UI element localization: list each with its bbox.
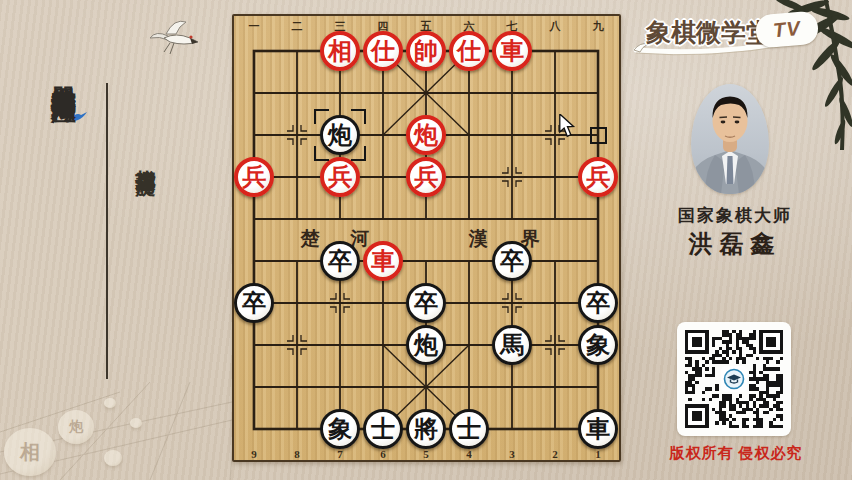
- presenter-photo: [691, 84, 769, 194]
- piece-black[interactable]: 卒: [492, 241, 532, 281]
- copyright-notice: 版权所有 侵权必究: [650, 444, 822, 463]
- piece-black[interactable]: 象: [578, 325, 618, 365]
- file-label-bottom: 5: [416, 448, 436, 460]
- file-label-bottom: 9: [244, 448, 264, 460]
- piece-red[interactable]: 兵: [578, 157, 618, 197]
- piece-red[interactable]: 車: [363, 241, 403, 281]
- river-char: 楚: [298, 226, 322, 252]
- selected-piece-marker: [314, 109, 366, 161]
- file-label-bottom: 7: [330, 448, 350, 460]
- tv-badge-label: TV: [772, 17, 801, 42]
- file-label-top: 二: [287, 19, 307, 34]
- file-label-top: 八: [545, 19, 565, 34]
- piece-red[interactable]: 仕: [449, 31, 489, 71]
- board-grid-lines: [234, 16, 623, 464]
- master-title: 国家象棋大师: [650, 204, 820, 227]
- crane-icon: [146, 16, 202, 58]
- qr-code: [677, 322, 791, 436]
- piece-red[interactable]: 兵: [406, 157, 446, 197]
- piece-red[interactable]: 仕: [363, 31, 403, 71]
- piece-black[interactable]: 卒: [320, 241, 360, 281]
- piece-black[interactable]: 士: [449, 409, 489, 449]
- piece-black[interactable]: 炮: [406, 325, 446, 365]
- qr-center-logo: [721, 366, 747, 392]
- ghost-piece: 相: [4, 428, 56, 476]
- ghost-piece: [104, 450, 122, 466]
- mouse-cursor: [558, 114, 576, 138]
- ghost-piece: [104, 398, 116, 408]
- file-label-bottom: 4: [459, 448, 479, 460]
- piece-black[interactable]: 馬: [492, 325, 532, 365]
- piece-black[interactable]: 士: [363, 409, 403, 449]
- piece-black[interactable]: 卒: [578, 283, 618, 323]
- file-label-bottom: 8: [287, 448, 307, 460]
- file-label-bottom: 1: [588, 448, 608, 460]
- piece-red[interactable]: 兵: [234, 157, 274, 197]
- master-name: 洪磊鑫: [650, 228, 820, 260]
- piece-red[interactable]: 車: [492, 31, 532, 71]
- ghost-piece: [130, 418, 142, 428]
- video-frame: 应对仙人指路的后手布局武器 袭扰边相巧周旋 相 炮 一二三四五六七八九98765…: [0, 0, 852, 480]
- piece-red[interactable]: 炮: [406, 115, 446, 155]
- file-label-top: 一: [244, 19, 264, 34]
- xiangqi-board[interactable]: 一二三四五六七八九987654321 楚河漢界 相仕帥仕車炮炮兵兵兵兵卒車卒卒卒…: [232, 14, 621, 462]
- file-label-bottom: 3: [502, 448, 522, 460]
- piece-black[interactable]: 象: [320, 409, 360, 449]
- piece-black[interactable]: 卒: [234, 283, 274, 323]
- move-origin-marker: [590, 127, 607, 144]
- file-label-top: 九: [588, 19, 608, 34]
- piece-red[interactable]: 帥: [406, 31, 446, 71]
- title-divider: [106, 83, 108, 379]
- page-title: 应对仙人指路的后手布局武器: [47, 78, 80, 400]
- ghost-piece: 炮: [58, 410, 94, 444]
- channel-logo: 象棋微学堂: [646, 16, 771, 49]
- river-char: 漢: [466, 226, 490, 252]
- background-board-photo: 相 炮: [0, 382, 232, 480]
- piece-red[interactable]: 兵: [320, 157, 360, 197]
- file-label-bottom: 2: [545, 448, 565, 460]
- piece-black[interactable]: 車: [578, 409, 618, 449]
- piece-black[interactable]: 卒: [406, 283, 446, 323]
- page-subtitle: 袭扰边相巧周旋: [133, 153, 160, 325]
- file-label-bottom: 6: [373, 448, 393, 460]
- piece-black[interactable]: 將: [406, 409, 446, 449]
- piece-red[interactable]: 相: [320, 31, 360, 71]
